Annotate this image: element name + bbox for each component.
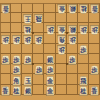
star-point <box>32 32 34 34</box>
piece-glyph: 歩 <box>14 35 20 44</box>
piece-glyph: 歩 <box>14 66 20 75</box>
piece-glyph: 歩 <box>58 45 64 54</box>
piece-glyph: 金 <box>47 86 53 95</box>
square-3h[interactable] <box>67 74 78 84</box>
piece-glyph: 歩 <box>3 35 9 44</box>
square-6a[interactable] <box>33 3 44 13</box>
square-8c[interactable] <box>11 23 22 33</box>
square-8b[interactable] <box>11 13 22 23</box>
piece-glyph: 歩 <box>3 56 9 65</box>
piece-glyph: 歩 <box>80 25 86 34</box>
piece-glyph: 金 <box>47 76 53 85</box>
square-9e[interactable] <box>0 44 11 54</box>
square-7a[interactable] <box>22 3 33 13</box>
square-1f[interactable] <box>89 54 100 64</box>
piece-glyph: 銀 <box>25 86 31 95</box>
square-9h[interactable] <box>0 74 11 84</box>
shogi-board[interactable]: 香金銀桂香王飛桂歩金銀歩歩歩歩歩歩角歩歩歩歩歩歩銀歩歩歩歩歩角玉金飛香桂銀金桂香 <box>0 0 100 100</box>
square-9b[interactable] <box>0 13 11 23</box>
square-3g[interactable] <box>67 64 78 74</box>
piece-glyph: 歩 <box>47 25 53 34</box>
square-8a[interactable] <box>11 3 22 13</box>
square-6h[interactable] <box>33 74 44 84</box>
square-9c[interactable] <box>0 23 11 33</box>
piece-glyph: 香 <box>3 5 9 14</box>
square-5a[interactable] <box>44 3 55 13</box>
square-2g[interactable] <box>78 64 89 74</box>
square-1h[interactable] <box>89 74 100 84</box>
piece-glyph: 歩 <box>69 56 75 65</box>
square-6f[interactable] <box>33 54 44 64</box>
piece-glyph: 歩 <box>92 66 98 75</box>
star-point <box>66 32 68 34</box>
star-point <box>66 63 68 65</box>
piece-glyph: 歩 <box>80 45 86 54</box>
piece-glyph: 歩 <box>25 35 31 44</box>
square-4g[interactable] <box>56 64 67 74</box>
square-3i[interactable] <box>67 85 78 95</box>
piece-glyph: 桂 <box>80 86 86 95</box>
piece-glyph: 桂 <box>25 25 31 34</box>
square-4i[interactable] <box>56 85 67 95</box>
piece-glyph: 銀 <box>69 5 75 14</box>
piece-glyph: 飛 <box>36 15 42 24</box>
piece-glyph: 歩 <box>92 25 98 34</box>
piece-glyph: 金 <box>58 25 64 34</box>
piece-glyph: 歩 <box>69 35 75 44</box>
square-5b[interactable] <box>44 13 55 23</box>
square-4b[interactable] <box>56 13 67 23</box>
square-7e[interactable] <box>22 44 33 54</box>
square-5e[interactable] <box>44 44 55 54</box>
piece-glyph: 香 <box>3 86 9 95</box>
piece-glyph: 金 <box>58 5 64 14</box>
piece-glyph: 歩 <box>36 66 42 75</box>
piece-glyph: 歩 <box>47 66 53 75</box>
square-3e[interactable] <box>67 44 78 54</box>
piece-glyph: 角 <box>58 35 64 44</box>
square-7g[interactable] <box>22 64 33 74</box>
piece-glyph: 玉 <box>25 76 31 85</box>
piece-glyph: 桂 <box>14 86 20 95</box>
square-2d[interactable] <box>78 33 89 43</box>
shogi-app: 香金銀桂香王飛桂歩金銀歩歩歩歩歩歩角歩歩歩歩歩歩銀歩歩歩歩歩角玉金飛香桂銀金桂香 <box>0 0 100 100</box>
piece-glyph: 香 <box>92 5 98 14</box>
star-point <box>32 63 34 65</box>
square-2b[interactable] <box>78 13 89 23</box>
piece-glyph: 銀 <box>69 25 75 34</box>
piece-glyph: 王 <box>25 15 31 24</box>
piece-glyph: 飛 <box>80 76 86 85</box>
square-1e[interactable] <box>89 44 100 54</box>
piece-glyph: 歩 <box>25 56 31 65</box>
square-3b[interactable] <box>67 13 78 23</box>
square-5d[interactable] <box>44 33 55 43</box>
square-2f[interactable] <box>78 54 89 64</box>
square-6e[interactable] <box>33 44 44 54</box>
square-8e[interactable] <box>11 44 22 54</box>
piece-glyph: 銀 <box>47 56 53 65</box>
square-9g[interactable] <box>0 64 11 74</box>
piece-glyph: 角 <box>14 76 20 85</box>
square-1b[interactable] <box>89 13 100 23</box>
square-4h[interactable] <box>56 74 67 84</box>
piece-glyph: 歩 <box>14 56 20 65</box>
piece-glyph: 桂 <box>80 5 86 14</box>
piece-glyph: 香 <box>92 86 98 95</box>
square-6i[interactable] <box>33 85 44 95</box>
square-6c[interactable] <box>33 23 44 33</box>
piece-glyph: 歩 <box>36 35 42 44</box>
